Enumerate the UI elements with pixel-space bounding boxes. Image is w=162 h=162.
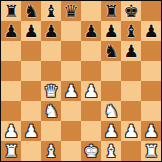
square-b1[interactable] <box>21 141 41 161</box>
square-f6[interactable]: ♞ <box>101 41 121 61</box>
square-a4[interactable] <box>1 81 21 101</box>
square-g6[interactable]: ♟ <box>121 41 141 61</box>
piece-black-knight: ♞ <box>23 1 38 21</box>
square-d3[interactable] <box>61 101 81 121</box>
square-g5[interactable] <box>121 61 141 81</box>
square-h6[interactable] <box>141 41 161 61</box>
square-c8[interactable]: ♝ <box>41 1 61 21</box>
piece-white-pawn: ♟ <box>23 121 38 141</box>
piece-black-pawn: ♟ <box>3 21 18 41</box>
piece-black-knight: ♞ <box>103 41 118 61</box>
square-h1[interactable]: ♜ <box>141 141 161 161</box>
square-b3[interactable] <box>21 101 41 121</box>
square-h5[interactable] <box>141 61 161 81</box>
piece-black-rook: ♜ <box>3 1 18 21</box>
piece-black-pawn: ♟ <box>23 21 38 41</box>
square-b4[interactable] <box>21 81 41 101</box>
square-c2[interactable] <box>41 121 61 141</box>
piece-white-pawn: ♟ <box>83 81 98 101</box>
chess-board: ♜♞♝♛♜♚♟♟♟♟♟♝♟♞♟♛♟♟♞♞♟♟♟♟♟♜♝♚♝♜ <box>0 0 162 162</box>
square-a2[interactable]: ♟ <box>1 121 21 141</box>
square-e5[interactable] <box>81 61 101 81</box>
square-c3[interactable]: ♞ <box>41 101 61 121</box>
chess-board-container: ♜♞♝♛♜♚♟♟♟♟♟♝♟♞♟♛♟♟♞♞♟♟♟♟♟♜♝♚♝♜ <box>0 0 162 162</box>
piece-white-pawn: ♟ <box>63 81 78 101</box>
square-h8[interactable] <box>141 1 161 21</box>
piece-black-pawn: ♟ <box>123 41 138 61</box>
square-b5[interactable] <box>21 61 41 81</box>
square-a8[interactable]: ♜ <box>1 1 21 21</box>
piece-white-queen: ♛ <box>43 81 58 101</box>
square-g1[interactable] <box>121 141 141 161</box>
piece-black-queen: ♛ <box>63 1 78 21</box>
piece-black-pawn: ♟ <box>43 21 58 41</box>
square-d7[interactable] <box>61 21 81 41</box>
square-e7[interactable]: ♟ <box>81 21 101 41</box>
square-g7[interactable]: ♝ <box>121 21 141 41</box>
square-e2[interactable] <box>81 121 101 141</box>
square-b2[interactable]: ♟ <box>21 121 41 141</box>
square-a5[interactable] <box>1 61 21 81</box>
piece-black-pawn: ♟ <box>103 21 118 41</box>
square-f2[interactable]: ♟ <box>101 121 121 141</box>
square-f5[interactable] <box>101 61 121 81</box>
piece-white-rook: ♜ <box>3 141 18 161</box>
square-d4[interactable]: ♟ <box>61 81 81 101</box>
square-a6[interactable] <box>1 41 21 61</box>
square-a3[interactable] <box>1 101 21 121</box>
square-b8[interactable]: ♞ <box>21 1 41 21</box>
square-a1[interactable]: ♜ <box>1 141 21 161</box>
square-b7[interactable]: ♟ <box>21 21 41 41</box>
piece-white-pawn: ♟ <box>103 121 118 141</box>
square-f7[interactable]: ♟ <box>101 21 121 41</box>
piece-white-knight: ♞ <box>43 101 58 121</box>
square-b6[interactable] <box>21 41 41 61</box>
square-c5[interactable] <box>41 61 61 81</box>
square-d5[interactable] <box>61 61 81 81</box>
square-e6[interactable] <box>81 41 101 61</box>
piece-black-pawn: ♟ <box>143 21 158 41</box>
piece-black-bishop: ♝ <box>43 1 58 21</box>
square-h2[interactable]: ♟ <box>141 121 161 141</box>
square-e4[interactable]: ♟ <box>81 81 101 101</box>
square-f3[interactable]: ♞ <box>101 101 121 121</box>
square-g2[interactable]: ♟ <box>121 121 141 141</box>
square-c1[interactable]: ♝ <box>41 141 61 161</box>
square-d1[interactable] <box>61 141 81 161</box>
square-g4[interactable] <box>121 81 141 101</box>
square-f4[interactable] <box>101 81 121 101</box>
square-d2[interactable] <box>61 121 81 141</box>
square-d6[interactable] <box>61 41 81 61</box>
square-h3[interactable] <box>141 101 161 121</box>
piece-white-bishop: ♝ <box>103 141 118 161</box>
square-f8[interactable]: ♜ <box>101 1 121 21</box>
square-h7[interactable]: ♟ <box>141 21 161 41</box>
square-d8[interactable]: ♛ <box>61 1 81 21</box>
square-f1[interactable]: ♝ <box>101 141 121 161</box>
piece-black-bishop: ♝ <box>123 21 138 41</box>
square-a7[interactable]: ♟ <box>1 21 21 41</box>
square-c7[interactable]: ♟ <box>41 21 61 41</box>
piece-black-rook: ♜ <box>103 1 118 21</box>
piece-white-knight: ♞ <box>103 101 118 121</box>
square-g8[interactable]: ♚ <box>121 1 141 21</box>
square-e8[interactable] <box>81 1 101 21</box>
piece-black-king: ♚ <box>123 1 138 21</box>
square-c6[interactable] <box>41 41 61 61</box>
piece-white-rook: ♜ <box>143 141 158 161</box>
piece-white-pawn: ♟ <box>3 121 18 141</box>
square-c4[interactable]: ♛ <box>41 81 61 101</box>
piece-white-pawn: ♟ <box>123 121 138 141</box>
square-e3[interactable] <box>81 101 101 121</box>
piece-black-pawn: ♟ <box>83 21 98 41</box>
square-h4[interactable] <box>141 81 161 101</box>
piece-white-bishop: ♝ <box>43 141 58 161</box>
square-e1[interactable]: ♚ <box>81 141 101 161</box>
piece-white-pawn: ♟ <box>143 121 158 141</box>
piece-white-king: ♚ <box>83 141 98 161</box>
square-g3[interactable] <box>121 101 141 121</box>
